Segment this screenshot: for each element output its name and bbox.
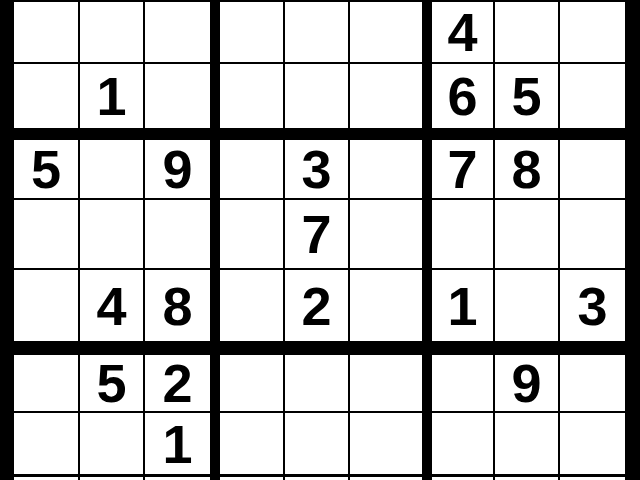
cell-r1c9[interactable] [560, 2, 625, 62]
cell-r4c1[interactable] [14, 200, 78, 268]
cell-r3c9[interactable] [560, 140, 625, 198]
cell-r3c1[interactable]: 5 [14, 140, 78, 198]
given-digit: 5 [511, 69, 541, 123]
cell-r7c4[interactable] [220, 413, 283, 474]
cell-r5c3[interactable]: 8 [145, 270, 210, 341]
cell-r3c4[interactable] [220, 140, 283, 198]
cell-r3c5[interactable]: 3 [285, 140, 348, 198]
given-digit: 7 [447, 142, 477, 196]
cell-r4c2[interactable] [80, 200, 143, 268]
cell-r2c2[interactable]: 1 [80, 64, 143, 128]
given-digit: 1 [447, 279, 477, 333]
cell-r6c7[interactable] [432, 355, 493, 411]
cell-r6c1[interactable] [14, 355, 78, 411]
cell-r6c2[interactable]: 5 [80, 355, 143, 411]
cell-r6c3[interactable]: 2 [145, 355, 210, 411]
given-digit: 2 [301, 279, 331, 333]
cell-r6c9[interactable] [560, 355, 625, 411]
cell-r2c4[interactable] [220, 64, 283, 128]
given-digit: 9 [162, 142, 192, 196]
cell-r4c5[interactable]: 7 [285, 200, 348, 268]
cell-r5c5[interactable]: 2 [285, 270, 348, 341]
cell-r7c1[interactable] [14, 413, 78, 474]
cell-r6c4[interactable] [220, 355, 283, 411]
given-digit: 6 [447, 69, 477, 123]
cell-r4c6[interactable] [350, 200, 422, 268]
given-digit: 5 [96, 356, 126, 410]
cell-r3c8[interactable]: 8 [495, 140, 558, 198]
cell-r2c3[interactable] [145, 64, 210, 128]
cell-r1c6[interactable] [350, 2, 422, 62]
cell-r3c2[interactable] [80, 140, 143, 198]
cell-r5c1[interactable] [14, 270, 78, 341]
given-digit: 1 [162, 417, 192, 471]
cell-r1c8[interactable] [495, 2, 558, 62]
cell-r4c4[interactable] [220, 200, 283, 268]
cell-r2c6[interactable] [350, 64, 422, 128]
cell-r3c6[interactable] [350, 140, 422, 198]
sudoku-grid: 4165593787482135291 [0, 0, 640, 480]
cell-r6c5[interactable] [285, 355, 348, 411]
given-digit: 9 [511, 356, 541, 410]
given-digit: 3 [577, 279, 607, 333]
given-digit: 4 [96, 279, 126, 333]
cell-r2c8[interactable]: 5 [495, 64, 558, 128]
cell-r4c7[interactable] [432, 200, 493, 268]
cell-r1c7[interactable]: 4 [432, 2, 493, 62]
cell-r2c5[interactable] [285, 64, 348, 128]
given-digit: 8 [162, 279, 192, 333]
cell-r7c8[interactable] [495, 413, 558, 474]
cell-r5c2[interactable]: 4 [80, 270, 143, 341]
cell-r4c8[interactable] [495, 200, 558, 268]
cell-r1c2[interactable] [80, 2, 143, 62]
cell-r2c7[interactable]: 6 [432, 64, 493, 128]
cell-r2c1[interactable] [14, 64, 78, 128]
cell-r6c8[interactable]: 9 [495, 355, 558, 411]
cell-r1c3[interactable] [145, 2, 210, 62]
cell-r6c6[interactable] [350, 355, 422, 411]
cell-r3c7[interactable]: 7 [432, 140, 493, 198]
cell-r1c1[interactable] [14, 2, 78, 62]
given-digit: 2 [162, 356, 192, 410]
given-digit: 1 [96, 69, 126, 123]
cell-r5c9[interactable]: 3 [560, 270, 625, 341]
given-digit: 4 [447, 5, 477, 59]
given-digit: 8 [511, 142, 541, 196]
cell-r5c4[interactable] [220, 270, 283, 341]
cell-r4c9[interactable] [560, 200, 625, 268]
sudoku-board: 4165593787482135291 [0, 0, 640, 480]
cell-r7c3[interactable]: 1 [145, 413, 210, 474]
cell-r5c7[interactable]: 1 [432, 270, 493, 341]
cell-r5c8[interactable] [495, 270, 558, 341]
cell-r7c6[interactable] [350, 413, 422, 474]
cell-r7c2[interactable] [80, 413, 143, 474]
cell-r2c9[interactable] [560, 64, 625, 128]
given-digit: 7 [301, 207, 331, 261]
cell-r5c6[interactable] [350, 270, 422, 341]
given-digit: 3 [301, 142, 331, 196]
cell-r1c4[interactable] [220, 2, 283, 62]
given-digit: 5 [31, 142, 61, 196]
cell-r7c5[interactable] [285, 413, 348, 474]
cell-r7c9[interactable] [560, 413, 625, 474]
cell-r3c3[interactable]: 9 [145, 140, 210, 198]
cell-r1c5[interactable] [285, 2, 348, 62]
cell-r4c3[interactable] [145, 200, 210, 268]
cell-r7c7[interactable] [432, 413, 493, 474]
